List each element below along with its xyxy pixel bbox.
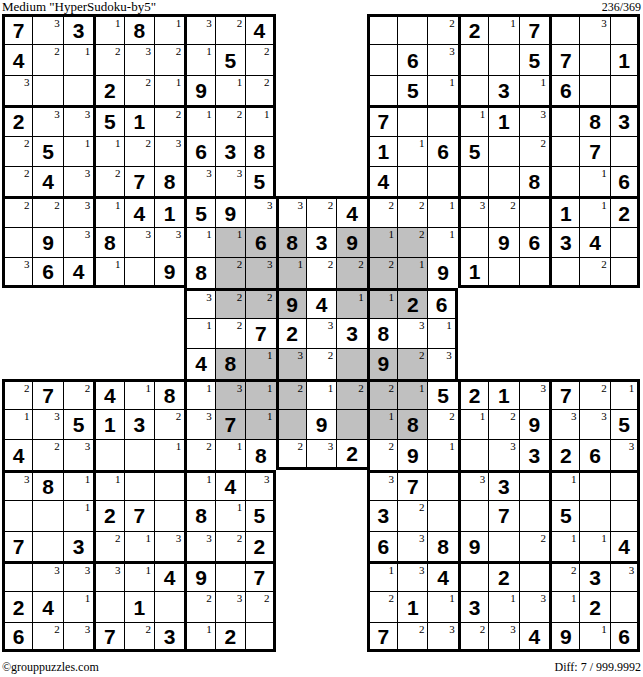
cell-r2c13[interactable]: [367, 44, 397, 74]
cell-r7c3[interactable]: 3: [63, 196, 93, 226]
cell-r16c3[interactable]: 1: [63, 470, 93, 500]
cell-r2c7[interactable]: 1: [184, 44, 214, 74]
cell-r12c7[interactable]: 4: [184, 348, 214, 378]
cell-r17c17[interactable]: 7: [488, 500, 518, 530]
cell-r15c13[interactable]: 2: [367, 439, 397, 469]
cell-r2c15[interactable]: 3: [427, 44, 457, 74]
cell-r6c20[interactable]: 1: [579, 166, 609, 196]
cell-r19c15[interactable]: 4: [427, 561, 457, 591]
cell-r17c2[interactable]: [32, 500, 62, 530]
cell-r20c6[interactable]: [154, 591, 184, 621]
cell-r19c18[interactable]: [519, 561, 549, 591]
cell-r14c14[interactable]: 8: [397, 409, 427, 439]
cell-r17c4[interactable]: 2: [93, 500, 123, 530]
cell-r11c10[interactable]: 2: [276, 318, 306, 348]
cell-r13c7[interactable]: 1: [184, 379, 214, 409]
cell-r17c9[interactable]: 5: [245, 500, 275, 530]
cell-r13c8[interactable]: 3: [215, 379, 245, 409]
cell-r7c13[interactable]: 2: [367, 196, 397, 226]
cell-r8c13[interactable]: 1: [367, 227, 397, 257]
cell-r2c9[interactable]: 2: [245, 44, 275, 74]
cell-r1c19[interactable]: [549, 14, 579, 44]
cell-r16c9[interactable]: 3: [245, 470, 275, 500]
cell-r7c16[interactable]: 3: [458, 196, 488, 226]
cell-r9c8[interactable]: 2: [215, 257, 245, 287]
cell-r8c1[interactable]: [2, 227, 32, 257]
cell-r3c18[interactable]: 1: [519, 75, 549, 105]
cell-r7c9[interactable]: 3: [245, 196, 275, 226]
cell-r7c15[interactable]: 1: [427, 196, 457, 226]
cell-r1c5[interactable]: 8: [124, 14, 154, 44]
cell-r15c19[interactable]: 2: [549, 439, 579, 469]
cell-r6c4[interactable]: 2: [93, 166, 123, 196]
cell-r14c2[interactable]: 3: [32, 409, 62, 439]
cell-r1c4[interactable]: 1: [93, 14, 123, 44]
cell-r13c10[interactable]: 2: [276, 379, 306, 409]
cell-r9c2[interactable]: 6: [32, 257, 62, 287]
cell-r14c21[interactable]: 5: [610, 409, 640, 439]
cell-r21c19[interactable]: 9: [549, 622, 579, 652]
cell-r2c4[interactable]: 2: [93, 44, 123, 74]
cell-r6c14[interactable]: [397, 166, 427, 196]
cell-r5c9[interactable]: 8: [245, 136, 275, 166]
cell-r20c7[interactable]: 2: [184, 591, 214, 621]
cell-r18c3[interactable]: 3: [63, 531, 93, 561]
cell-r21c3[interactable]: 3: [63, 622, 93, 652]
cell-r3c9[interactable]: 2: [245, 75, 275, 105]
cell-r2c3[interactable]: 1: [63, 44, 93, 74]
cell-r2c21[interactable]: 1: [610, 44, 640, 74]
cell-r17c13[interactable]: 3: [367, 500, 397, 530]
cell-r3c15[interactable]: 1: [427, 75, 457, 105]
cell-r19c16[interactable]: [458, 561, 488, 591]
cell-r21c14[interactable]: 2: [397, 622, 427, 652]
cell-r5c3[interactable]: 1: [63, 136, 93, 166]
cell-r8c14[interactable]: 2: [397, 227, 427, 257]
cell-r13c14[interactable]: 1: [397, 379, 427, 409]
cell-r15c3[interactable]: 3: [63, 439, 93, 469]
cell-r21c2[interactable]: 2: [32, 622, 62, 652]
cell-r15c10[interactable]: 2: [276, 439, 306, 469]
cell-r18c15[interactable]: 8: [427, 531, 457, 561]
cell-r6c18[interactable]: 8: [519, 166, 549, 196]
cell-r17c18[interactable]: [519, 500, 549, 530]
cell-r21c15[interactable]: 3: [427, 622, 457, 652]
cell-r16c8[interactable]: 4: [215, 470, 245, 500]
cell-r2c2[interactable]: 2: [32, 44, 62, 74]
cell-r3c8[interactable]: 1: [215, 75, 245, 105]
cell-r18c18[interactable]: 2: [519, 531, 549, 561]
cell-r8c18[interactable]: 6: [519, 227, 549, 257]
cell-r3c1[interactable]: 3: [2, 75, 32, 105]
cell-r14c4[interactable]: 1: [93, 409, 123, 439]
cell-r1c1[interactable]: 7: [2, 14, 32, 44]
cell-r10c13[interactable]: 1: [367, 288, 397, 318]
cell-r13c3[interactable]: 2: [63, 379, 93, 409]
cell-r15c17[interactable]: 3: [488, 439, 518, 469]
cell-r13c18[interactable]: 3: [519, 379, 549, 409]
cell-r9c17[interactable]: [488, 257, 518, 287]
cell-r11c15[interactable]: 1: [427, 318, 457, 348]
cell-r21c1[interactable]: 6: [2, 622, 32, 652]
cell-r4c9[interactable]: 1: [245, 105, 275, 135]
cell-r7c21[interactable]: 2: [610, 196, 640, 226]
cell-r6c1[interactable]: 2: [2, 166, 32, 196]
cell-r3c5[interactable]: 2: [124, 75, 154, 105]
cell-r7c19[interactable]: 1: [549, 196, 579, 226]
cell-r2c19[interactable]: 7: [549, 44, 579, 74]
cell-r14c15[interactable]: 2: [427, 409, 457, 439]
cell-r16c2[interactable]: 8: [32, 470, 62, 500]
cell-r15c2[interactable]: 2: [32, 439, 62, 469]
cell-r16c21[interactable]: [610, 470, 640, 500]
cell-r19c4[interactable]: 3: [93, 561, 123, 591]
cell-r2c18[interactable]: 5: [519, 44, 549, 74]
cell-r7c12[interactable]: 4: [336, 196, 366, 226]
cell-r16c18[interactable]: [519, 470, 549, 500]
cell-r19c13[interactable]: 1: [367, 561, 397, 591]
cell-r11c13[interactable]: 8: [367, 318, 397, 348]
cell-r4c3[interactable]: 3: [63, 105, 93, 135]
cell-r18c8[interactable]: 2: [215, 531, 245, 561]
cell-r13c21[interactable]: 1: [610, 379, 640, 409]
cell-r21c6[interactable]: 3: [154, 622, 184, 652]
cell-r5c21[interactable]: [610, 136, 640, 166]
cell-r9c16[interactable]: 1: [458, 257, 488, 287]
cell-r17c19[interactable]: 5: [549, 500, 579, 530]
cell-r18c13[interactable]: 6: [367, 531, 397, 561]
cell-r4c7[interactable]: 1: [184, 105, 214, 135]
cell-r12c15[interactable]: 3: [427, 348, 457, 378]
cell-r1c6[interactable]: 1: [154, 14, 184, 44]
cell-r16c14[interactable]: 7: [397, 470, 427, 500]
cell-r8c15[interactable]: 1: [427, 227, 457, 257]
cell-r1c18[interactable]: 7: [519, 14, 549, 44]
cell-r19c21[interactable]: 3: [610, 561, 640, 591]
cell-r5c13[interactable]: 1: [367, 136, 397, 166]
cell-r16c5[interactable]: [124, 470, 154, 500]
cell-r3c6[interactable]: 1: [154, 75, 184, 105]
cell-r7c14[interactable]: 2: [397, 196, 427, 226]
cell-r20c1[interactable]: 2: [2, 591, 32, 621]
cell-r18c9[interactable]: 2: [245, 531, 275, 561]
cell-r20c20[interactable]: 2: [579, 591, 609, 621]
cell-r20c16[interactable]: 3: [458, 591, 488, 621]
cell-r21c17[interactable]: 3: [488, 622, 518, 652]
cell-r15c5[interactable]: [124, 439, 154, 469]
cell-r16c6[interactable]: [154, 470, 184, 500]
cell-r13c9[interactable]: 1: [245, 379, 275, 409]
cell-r1c13[interactable]: [367, 14, 397, 44]
cell-r4c18[interactable]: 3: [519, 105, 549, 135]
cell-r6c16[interactable]: [458, 166, 488, 196]
cell-r17c8[interactable]: 1: [215, 500, 245, 530]
cell-r12c13[interactable]: 9: [367, 348, 397, 378]
cell-r8c17[interactable]: 9: [488, 227, 518, 257]
cell-r15c18[interactable]: 3: [519, 439, 549, 469]
cell-r11c8[interactable]: 2: [215, 318, 245, 348]
cell-r1c3[interactable]: 3: [63, 14, 93, 44]
cell-r9c6[interactable]: 9: [154, 257, 184, 287]
cell-r14c7[interactable]: 3: [184, 409, 214, 439]
cell-r5c14[interactable]: 1: [397, 136, 427, 166]
cell-r17c3[interactable]: 1: [63, 500, 93, 530]
cell-r10c11[interactable]: 4: [306, 288, 336, 318]
cell-r21c7[interactable]: 1: [184, 622, 214, 652]
cell-r17c20[interactable]: [579, 500, 609, 530]
cell-r14c20[interactable]: 3: [579, 409, 609, 439]
cell-r8c19[interactable]: 3: [549, 227, 579, 257]
cell-r9c15[interactable]: 9: [427, 257, 457, 287]
cell-r5c18[interactable]: 2: [519, 136, 549, 166]
cell-r4c13[interactable]: 7: [367, 105, 397, 135]
cell-r17c7[interactable]: 8: [184, 500, 214, 530]
cell-r12c10[interactable]: 3: [276, 348, 306, 378]
cell-r6c19[interactable]: [549, 166, 579, 196]
cell-r14c16[interactable]: 1: [458, 409, 488, 439]
cell-r4c16[interactable]: 1: [458, 105, 488, 135]
cell-r6c21[interactable]: 6: [610, 166, 640, 196]
cell-r8c7[interactable]: 1: [184, 227, 214, 257]
cell-r15c21[interactable]: 3: [610, 439, 640, 469]
cell-r15c6[interactable]: 1: [154, 439, 184, 469]
cell-r14c18[interactable]: 9: [519, 409, 549, 439]
cell-r19c3[interactable]: 3: [63, 561, 93, 591]
cell-r13c11[interactable]: 1: [306, 379, 336, 409]
cell-r19c19[interactable]: 2: [549, 561, 579, 591]
cell-r1c16[interactable]: 2: [458, 14, 488, 44]
cell-r14c3[interactable]: 5: [63, 409, 93, 439]
cell-r7c18[interactable]: [519, 196, 549, 226]
cell-r6c7[interactable]: 3: [184, 166, 214, 196]
cell-r4c14[interactable]: [397, 105, 427, 135]
cell-r7c20[interactable]: 1: [579, 196, 609, 226]
cell-r13c5[interactable]: 1: [124, 379, 154, 409]
cell-r17c1[interactable]: [2, 500, 32, 530]
cell-r13c20[interactable]: 2: [579, 379, 609, 409]
cell-r16c16[interactable]: 3: [458, 470, 488, 500]
cell-r5c6[interactable]: 3: [154, 136, 184, 166]
cell-r15c4[interactable]: [93, 439, 123, 469]
cell-r11c12[interactable]: 3: [336, 318, 366, 348]
cell-r7c10[interactable]: 3: [276, 196, 306, 226]
cell-r4c19[interactable]: [549, 105, 579, 135]
cell-r19c7[interactable]: 9: [184, 561, 214, 591]
cell-r13c12[interactable]: 2: [336, 379, 366, 409]
cell-r10c9[interactable]: 2: [245, 288, 275, 318]
cell-r9c4[interactable]: 1: [93, 257, 123, 287]
cell-r11c9[interactable]: 7: [245, 318, 275, 348]
cell-r19c5[interactable]: 1: [124, 561, 154, 591]
cell-r14c10[interactable]: [276, 409, 306, 439]
cell-r14c17[interactable]: 2: [488, 409, 518, 439]
cell-r21c13[interactable]: 7: [367, 622, 397, 652]
cell-r21c20[interactable]: 1: [579, 622, 609, 652]
cell-r6c17[interactable]: [488, 166, 518, 196]
cell-r18c16[interactable]: 9: [458, 531, 488, 561]
cell-r18c20[interactable]: 1: [579, 531, 609, 561]
cell-r3c14[interactable]: 5: [397, 75, 427, 105]
cell-r2c16[interactable]: [458, 44, 488, 74]
cell-r8c20[interactable]: 4: [579, 227, 609, 257]
cell-r5c16[interactable]: 5: [458, 136, 488, 166]
cell-r18c21[interactable]: 4: [610, 531, 640, 561]
cell-r4c6[interactable]: 2: [154, 105, 184, 135]
cell-r14c19[interactable]: 3: [549, 409, 579, 439]
cell-r18c5[interactable]: 1: [124, 531, 154, 561]
cell-r13c2[interactable]: 7: [32, 379, 62, 409]
cell-r21c21[interactable]: 6: [610, 622, 640, 652]
cell-r5c19[interactable]: [549, 136, 579, 166]
cell-r18c19[interactable]: 1: [549, 531, 579, 561]
cell-r18c1[interactable]: 7: [2, 531, 32, 561]
cell-r4c17[interactable]: 1: [488, 105, 518, 135]
cell-r9c3[interactable]: 4: [63, 257, 93, 287]
cell-r14c8[interactable]: 7: [215, 409, 245, 439]
cell-r21c9[interactable]: [245, 622, 275, 652]
cell-r6c3[interactable]: 3: [63, 166, 93, 196]
cell-r1c9[interactable]: 4: [245, 14, 275, 44]
cell-r4c4[interactable]: 5: [93, 105, 123, 135]
cell-r11c7[interactable]: 1: [184, 318, 214, 348]
cell-r20c14[interactable]: 1: [397, 591, 427, 621]
cell-r3c16[interactable]: [458, 75, 488, 105]
cell-r3c20[interactable]: [579, 75, 609, 105]
cell-r19c2[interactable]: 3: [32, 561, 62, 591]
cell-r16c17[interactable]: 3: [488, 470, 518, 500]
cell-r13c13[interactable]: 2: [367, 379, 397, 409]
cell-r10c15[interactable]: 6: [427, 288, 457, 318]
cell-r3c19[interactable]: 6: [549, 75, 579, 105]
cell-r21c18[interactable]: 4: [519, 622, 549, 652]
cell-r9c1[interactable]: 3: [2, 257, 32, 287]
cell-r16c20[interactable]: [579, 470, 609, 500]
cell-r8c12[interactable]: 9: [336, 227, 366, 257]
cell-r15c9[interactable]: 8: [245, 439, 275, 469]
cell-r2c20[interactable]: [579, 44, 609, 74]
cell-r6c15[interactable]: [427, 166, 457, 196]
cell-r5c15[interactable]: 6: [427, 136, 457, 166]
cell-r17c14[interactable]: 2: [397, 500, 427, 530]
cell-r8c8[interactable]: 1: [215, 227, 245, 257]
cell-r13c4[interactable]: 4: [93, 379, 123, 409]
cell-r4c15[interactable]: [427, 105, 457, 135]
cell-r2c6[interactable]: 2: [154, 44, 184, 74]
cell-r7c17[interactable]: 2: [488, 196, 518, 226]
cell-r5c5[interactable]: 2: [124, 136, 154, 166]
cell-r9c12[interactable]: 2: [336, 257, 366, 287]
cell-r17c15[interactable]: [427, 500, 457, 530]
cell-r2c1[interactable]: 4: [2, 44, 32, 74]
cell-r14c12[interactable]: [336, 409, 366, 439]
cell-r1c21[interactable]: [610, 14, 640, 44]
cell-r21c16[interactable]: 2: [458, 622, 488, 652]
cell-r7c8[interactable]: 9: [215, 196, 245, 226]
cell-r10c12[interactable]: 1: [336, 288, 366, 318]
cell-r20c13[interactable]: 2: [367, 591, 397, 621]
cell-r15c15[interactable]: 1: [427, 439, 457, 469]
cell-r6c2[interactable]: 4: [32, 166, 62, 196]
cell-r9c11[interactable]: 2: [306, 257, 336, 287]
cell-r5c7[interactable]: 6: [184, 136, 214, 166]
cell-r9c5[interactable]: [124, 257, 154, 287]
cell-r17c16[interactable]: [458, 500, 488, 530]
cell-r5c1[interactable]: 2: [2, 136, 32, 166]
cell-r2c14[interactable]: 6: [397, 44, 427, 74]
cell-r17c21[interactable]: [610, 500, 640, 530]
cell-r12c11[interactable]: 2: [306, 348, 336, 378]
cell-r7c1[interactable]: 2: [2, 196, 32, 226]
cell-r20c4[interactable]: [93, 591, 123, 621]
cell-r12c14[interactable]: 2: [397, 348, 427, 378]
cell-r20c15[interactable]: 1: [427, 591, 457, 621]
cell-r20c9[interactable]: 2: [245, 591, 275, 621]
cell-r3c4[interactable]: 2: [93, 75, 123, 105]
cell-r13c6[interactable]: 8: [154, 379, 184, 409]
cell-r9c19[interactable]: [549, 257, 579, 287]
cell-r8c16[interactable]: [458, 227, 488, 257]
cell-r15c8[interactable]: 1: [215, 439, 245, 469]
cell-r8c3[interactable]: 3: [63, 227, 93, 257]
cell-r10c10[interactable]: 9: [276, 288, 306, 318]
cell-r19c9[interactable]: 7: [245, 561, 275, 591]
cell-r7c6[interactable]: 1: [154, 196, 184, 226]
cell-r9c13[interactable]: 2: [367, 257, 397, 287]
cell-r5c4[interactable]: 1: [93, 136, 123, 166]
cell-r6c8[interactable]: 3: [215, 166, 245, 196]
cell-r3c21[interactable]: [610, 75, 640, 105]
cell-r11c14[interactable]: 3: [397, 318, 427, 348]
cell-r4c1[interactable]: 2: [2, 105, 32, 135]
cell-r15c1[interactable]: 4: [2, 439, 32, 469]
cell-r13c15[interactable]: 5: [427, 379, 457, 409]
cell-r2c8[interactable]: 5: [215, 44, 245, 74]
cell-r5c20[interactable]: 7: [579, 136, 609, 166]
cell-r18c2[interactable]: [32, 531, 62, 561]
cell-r16c13[interactable]: 3: [367, 470, 397, 500]
cell-r16c1[interactable]: 3: [2, 470, 32, 500]
cell-r12c8[interactable]: 8: [215, 348, 245, 378]
cell-r13c19[interactable]: 7: [549, 379, 579, 409]
cell-r1c17[interactable]: 1: [488, 14, 518, 44]
cell-r19c20[interactable]: 3: [579, 561, 609, 591]
cell-r3c17[interactable]: 3: [488, 75, 518, 105]
cell-r1c2[interactable]: 3: [32, 14, 62, 44]
cell-r20c8[interactable]: 3: [215, 591, 245, 621]
cell-r19c17[interactable]: 2: [488, 561, 518, 591]
cell-r13c16[interactable]: 2: [458, 379, 488, 409]
cell-r14c11[interactable]: 9: [306, 409, 336, 439]
cell-r9c10[interactable]: 1: [276, 257, 306, 287]
cell-r20c17[interactable]: 1: [488, 591, 518, 621]
cell-r10c7[interactable]: 3: [184, 288, 214, 318]
cell-r14c5[interactable]: 3: [124, 409, 154, 439]
cell-r19c14[interactable]: 3: [397, 561, 427, 591]
cell-r6c9[interactable]: 5: [245, 166, 275, 196]
cell-r18c14[interactable]: 3: [397, 531, 427, 561]
cell-r7c4[interactable]: 1: [93, 196, 123, 226]
cell-r4c21[interactable]: 3: [610, 105, 640, 135]
cell-r16c7[interactable]: 1: [184, 470, 214, 500]
cell-r9c14[interactable]: 1: [397, 257, 427, 287]
cell-r8c11[interactable]: 3: [306, 227, 336, 257]
cell-r15c12[interactable]: 2: [336, 439, 366, 469]
cell-r15c7[interactable]: 2: [184, 439, 214, 469]
cell-r16c4[interactable]: 1: [93, 470, 123, 500]
cell-r7c2[interactable]: 2: [32, 196, 62, 226]
cell-r19c1[interactable]: [2, 561, 32, 591]
cell-r6c6[interactable]: 8: [154, 166, 184, 196]
